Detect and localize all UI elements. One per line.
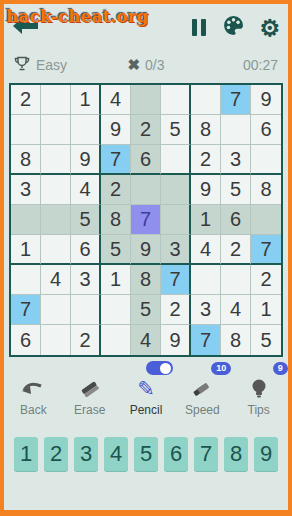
cell-r7-c4[interactable]: 1 bbox=[101, 265, 131, 295]
cell-r9-c9[interactable]: 5 bbox=[251, 325, 281, 355]
cell-r6-c6[interactable]: 3 bbox=[161, 235, 191, 265]
cell-r3-c8[interactable]: 3 bbox=[221, 145, 251, 175]
sudoku-grid: 2147992586897623342958587161659342743187… bbox=[9, 83, 283, 357]
cell-r2-c7[interactable]: 8 bbox=[191, 115, 221, 145]
numpad-1[interactable]: 1 bbox=[14, 437, 38, 471]
cell-r9-c1[interactable]: 6 bbox=[11, 325, 41, 355]
cell-r7-c1[interactable] bbox=[11, 265, 41, 295]
cell-r4-c3[interactable]: 4 bbox=[71, 175, 101, 205]
numpad-3[interactable]: 3 bbox=[74, 437, 98, 471]
cell-r4-c8[interactable]: 5 bbox=[221, 175, 251, 205]
pause-icon[interactable] bbox=[190, 17, 208, 38]
cell-r1-c7[interactable] bbox=[191, 85, 221, 115]
cell-r7-c9[interactable]: 2 bbox=[251, 265, 281, 295]
cell-r4-c9[interactable]: 8 bbox=[251, 175, 281, 205]
cell-r5-c3[interactable]: 5 bbox=[71, 205, 101, 235]
cell-r2-c4[interactable]: 9 bbox=[101, 115, 131, 145]
cell-r6-c1[interactable]: 1 bbox=[11, 235, 41, 265]
cell-r7-c3[interactable]: 3 bbox=[71, 265, 101, 295]
cell-r2-c5[interactable]: 2 bbox=[131, 115, 161, 145]
tips-badge: 9 bbox=[273, 362, 288, 375]
cell-r9-c4[interactable] bbox=[101, 325, 131, 355]
numpad-9[interactable]: 9 bbox=[254, 437, 278, 471]
cell-r4-c6[interactable] bbox=[161, 175, 191, 205]
lightbulb-icon bbox=[232, 378, 286, 400]
settings-gear-icon[interactable]: ⚙ bbox=[259, 17, 280, 39]
palette-icon[interactable] bbox=[222, 14, 245, 41]
numpad-2[interactable]: 2 bbox=[44, 437, 68, 471]
cell-r1-c5[interactable] bbox=[131, 85, 161, 115]
cell-r5-c7[interactable]: 1 bbox=[191, 205, 221, 235]
cell-r2-c8[interactable] bbox=[221, 115, 251, 145]
cell-r9-c7[interactable]: 7 bbox=[191, 325, 221, 355]
cell-r8-c8[interactable]: 4 bbox=[221, 295, 251, 325]
cell-r5-c6[interactable] bbox=[161, 205, 191, 235]
speed-button[interactable]: 10 Speed bbox=[175, 364, 229, 416]
cell-r2-c2[interactable] bbox=[41, 115, 71, 145]
numpad-7[interactable]: 7 bbox=[194, 437, 218, 471]
marker-icon bbox=[175, 378, 229, 400]
cell-r9-c2[interactable] bbox=[41, 325, 71, 355]
tips-label: Tips bbox=[232, 403, 286, 417]
cell-r6-c3[interactable]: 6 bbox=[71, 235, 101, 265]
cell-r8-c1[interactable]: 7 bbox=[11, 295, 41, 325]
cell-r3-c6[interactable] bbox=[161, 145, 191, 175]
mistakes-count: 0/3 bbox=[145, 57, 164, 73]
cell-r9-c6[interactable]: 9 bbox=[161, 325, 191, 355]
cell-r6-c8[interactable]: 2 bbox=[221, 235, 251, 265]
cell-r8-c5[interactable]: 5 bbox=[131, 295, 161, 325]
numpad-4[interactable]: 4 bbox=[104, 437, 128, 471]
cell-r5-c4[interactable]: 8 bbox=[101, 205, 131, 235]
cell-r2-c1[interactable] bbox=[11, 115, 41, 145]
cell-r3-c7[interactable]: 2 bbox=[191, 145, 221, 175]
cell-r3-c2[interactable] bbox=[41, 145, 71, 175]
cell-r7-c6[interactable]: 7 bbox=[161, 265, 191, 295]
cell-r9-c3[interactable]: 2 bbox=[71, 325, 101, 355]
toolbar: Back Erase ✎ Pencil 10 bbox=[4, 364, 288, 416]
cell-r5-c1[interactable] bbox=[11, 205, 41, 235]
cell-r7-c7[interactable] bbox=[191, 265, 221, 295]
status-bar: Easy ✖ 0/3 00:27 bbox=[4, 52, 288, 78]
cell-r4-c5[interactable] bbox=[131, 175, 161, 205]
cell-r1-c2[interactable] bbox=[41, 85, 71, 115]
mistakes-icon: ✖ bbox=[127, 56, 140, 74]
cell-r6-c7[interactable]: 4 bbox=[191, 235, 221, 265]
cell-r1-c1[interactable]: 2 bbox=[11, 85, 41, 115]
cell-r4-c7[interactable]: 9 bbox=[191, 175, 221, 205]
back-label: Back bbox=[6, 403, 60, 417]
back-button[interactable]: Back bbox=[6, 364, 60, 416]
cell-r3-c3[interactable]: 9 bbox=[71, 145, 101, 175]
cell-r4-c4[interactable]: 2 bbox=[101, 175, 131, 205]
cell-r8-c4[interactable] bbox=[101, 295, 131, 325]
pencil-toggle[interactable] bbox=[146, 361, 173, 375]
cell-r3-c9[interactable] bbox=[251, 145, 281, 175]
cell-r5-c9[interactable] bbox=[251, 205, 281, 235]
cell-r6-c4[interactable]: 5 bbox=[101, 235, 131, 265]
cell-r1-c8[interactable]: 7 bbox=[221, 85, 251, 115]
cell-r7-c2[interactable]: 4 bbox=[41, 265, 71, 295]
numpad-5[interactable]: 5 bbox=[134, 437, 158, 471]
cell-r8-c6[interactable]: 2 bbox=[161, 295, 191, 325]
numpad-6[interactable]: 6 bbox=[164, 437, 188, 471]
cell-r8-c9[interactable]: 1 bbox=[251, 295, 281, 325]
eraser-icon bbox=[63, 378, 117, 400]
cell-r1-c3[interactable]: 1 bbox=[71, 85, 101, 115]
cell-r4-c2[interactable] bbox=[41, 175, 71, 205]
undo-arrow-icon bbox=[6, 378, 60, 400]
cell-r1-c4[interactable]: 4 bbox=[101, 85, 131, 115]
numpad-8[interactable]: 8 bbox=[224, 437, 248, 471]
cell-r5-c2[interactable] bbox=[41, 205, 71, 235]
cell-r6-c9[interactable]: 7 bbox=[251, 235, 281, 265]
cell-r5-c5[interactable]: 7 bbox=[131, 205, 161, 235]
watermark: hack-cheat.org bbox=[6, 6, 148, 26]
cell-r5-c8[interactable]: 6 bbox=[221, 205, 251, 235]
cell-r8-c3[interactable] bbox=[71, 295, 101, 325]
erase-button[interactable]: Erase bbox=[63, 364, 117, 416]
pencil-icon: ✎ bbox=[137, 379, 155, 399]
tips-button[interactable]: 9 Tips bbox=[232, 364, 286, 416]
cell-r3-c4[interactable]: 7 bbox=[101, 145, 131, 175]
cell-r6-c5[interactable]: 9 bbox=[131, 235, 161, 265]
cell-r9-c8[interactable]: 8 bbox=[221, 325, 251, 355]
cell-r1-c9[interactable]: 9 bbox=[251, 85, 281, 115]
erase-label: Erase bbox=[63, 403, 117, 417]
cell-r2-c3[interactable] bbox=[71, 115, 101, 145]
cell-r6-c2[interactable] bbox=[41, 235, 71, 265]
pencil-label: Pencil bbox=[119, 403, 173, 417]
cell-r8-c2[interactable] bbox=[41, 295, 71, 325]
cell-r1-c6[interactable] bbox=[161, 85, 191, 115]
cell-r8-c7[interactable]: 3 bbox=[191, 295, 221, 325]
cell-r4-c1[interactable]: 3 bbox=[11, 175, 41, 205]
cell-r3-c1[interactable]: 8 bbox=[11, 145, 41, 175]
cell-r3-c5[interactable]: 6 bbox=[131, 145, 161, 175]
number-pad: 123456789 bbox=[14, 437, 288, 471]
cell-r2-c9[interactable]: 6 bbox=[251, 115, 281, 145]
speed-label: Speed bbox=[175, 403, 229, 417]
cell-r7-c5[interactable]: 8 bbox=[131, 265, 161, 295]
app-window: hack-cheat.org ⚙ bbox=[0, 0, 292, 516]
cell-r7-c8[interactable] bbox=[221, 265, 251, 295]
speed-badge: 10 bbox=[211, 362, 231, 375]
pencil-button[interactable]: ✎ Pencil bbox=[119, 364, 173, 416]
cell-r2-c6[interactable]: 5 bbox=[161, 115, 191, 145]
cell-r9-c5[interactable]: 4 bbox=[131, 325, 161, 355]
